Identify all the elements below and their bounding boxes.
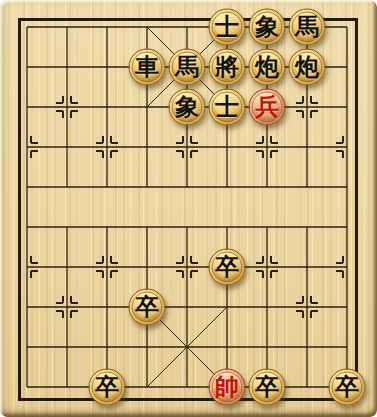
piece-black-cannon-1[interactable]: 炮 [249,49,286,86]
piece-glyph: 士 [215,94,239,118]
piece-glyph: 象 [175,94,199,118]
piece-red-general[interactable]: 帥 [209,369,246,406]
piece-glyph: 炮 [255,54,279,78]
piece-glyph: 卒 [255,374,279,398]
piece-glyph: 兵 [255,94,279,118]
piece-red-soldier-1[interactable]: 兵 [249,89,286,126]
piece-glyph: 馬 [295,14,319,38]
piece-black-general[interactable]: 將 [209,49,246,86]
piece-black-advisor-1[interactable]: 士 [209,9,246,46]
xiangqi-app: 士象馬車馬將炮炮象士兵卒卒卒帥卒卒 [0,0,377,417]
piece-glyph: 將 [215,54,239,78]
piece-glyph: 卒 [135,294,159,318]
piece-black-elephant-2[interactable]: 象 [169,89,206,126]
piece-glyph: 帥 [215,374,239,398]
piece-glyph: 象 [255,14,279,38]
piece-glyph: 車 [135,54,159,78]
piece-black-soldier-1[interactable]: 卒 [209,249,246,286]
piece-black-soldier-3[interactable]: 卒 [89,369,126,406]
piece-glyph: 炮 [295,54,319,78]
piece-glyph: 卒 [335,374,359,398]
piece-glyph: 卒 [215,254,239,278]
piece-black-soldier-5[interactable]: 卒 [329,369,366,406]
piece-black-horse-1[interactable]: 馬 [289,9,326,46]
piece-black-chariot-1[interactable]: 車 [129,49,166,86]
piece-black-horse-2[interactable]: 馬 [169,49,206,86]
piece-glyph: 卒 [95,374,119,398]
piece-glyph: 馬 [175,54,199,78]
piece-glyph: 士 [215,14,239,38]
piece-black-soldier-4[interactable]: 卒 [249,369,286,406]
piece-black-soldier-2[interactable]: 卒 [129,289,166,326]
piece-black-elephant-1[interactable]: 象 [249,9,286,46]
piece-black-advisor-2[interactable]: 士 [209,89,246,126]
piece-black-cannon-2[interactable]: 炮 [289,49,326,86]
xiangqi-board[interactable]: 士象馬車馬將炮炮象士兵卒卒卒帥卒卒 [0,0,377,417]
